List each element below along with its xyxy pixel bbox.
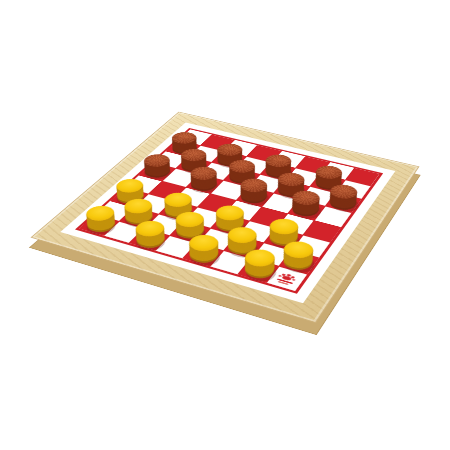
square-r6-c7[interactable] <box>280 251 319 274</box>
checker-yellow[interactable] <box>279 250 318 273</box>
checkers-board-3d <box>30 112 419 323</box>
board-margin <box>60 122 395 303</box>
square-r7-c0[interactable] <box>79 215 118 236</box>
square-r7-c2[interactable] <box>130 229 170 251</box>
wooden-frame <box>30 112 419 323</box>
product-photo-canvas <box>0 0 450 450</box>
checker-yellow[interactable] <box>240 258 280 282</box>
